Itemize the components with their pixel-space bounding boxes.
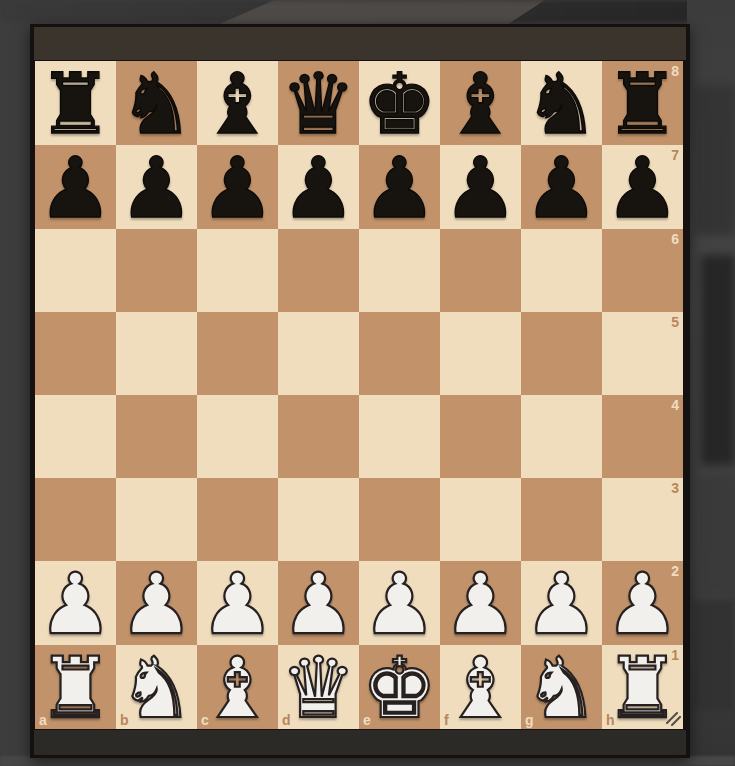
- square-d3[interactable]: [278, 478, 359, 561]
- board-resize-handle[interactable]: [664, 709, 682, 727]
- square-f7[interactable]: ♟: [440, 145, 521, 229]
- square-b7[interactable]: ♟: [116, 145, 197, 229]
- square-h7[interactable]: ♟7: [602, 145, 683, 229]
- square-f5[interactable]: [440, 312, 521, 395]
- background-blur-shape: [695, 85, 735, 235]
- square-d8[interactable]: ♛: [278, 61, 359, 145]
- piece-white-pawn[interactable]: ♟: [38, 562, 113, 646]
- square-g5[interactable]: [521, 312, 602, 395]
- square-g7[interactable]: ♟: [521, 145, 602, 229]
- piece-white-bishop[interactable]: ♝: [200, 646, 275, 730]
- piece-black-knight[interactable]: ♞: [119, 62, 194, 146]
- piece-white-pawn[interactable]: ♟: [281, 562, 356, 646]
- square-g8[interactable]: ♞: [521, 61, 602, 145]
- piece-white-knight[interactable]: ♞: [524, 646, 599, 730]
- square-g4[interactable]: [521, 395, 602, 478]
- piece-black-pawn[interactable]: ♟: [443, 146, 518, 230]
- square-f4[interactable]: [440, 395, 521, 478]
- file-label-e: e: [363, 712, 371, 728]
- rank-label-5: 5: [671, 314, 679, 330]
- rank-label-7: 7: [671, 147, 679, 163]
- background-ceiling-highlight: [215, 0, 545, 26]
- background-top-band: [0, 0, 735, 22]
- piece-white-knight[interactable]: ♞: [119, 646, 194, 730]
- square-a7[interactable]: ♟: [35, 145, 116, 229]
- piece-black-bishop[interactable]: ♝: [443, 62, 518, 146]
- piece-black-pawn[interactable]: ♟: [200, 146, 275, 230]
- rank-label-1: 1: [671, 647, 679, 663]
- square-h8[interactable]: ♜8: [602, 61, 683, 145]
- file-label-a: a: [39, 712, 47, 728]
- square-c8[interactable]: ♝: [197, 61, 278, 145]
- square-b2[interactable]: ♟: [116, 561, 197, 645]
- square-g2[interactable]: ♟: [521, 561, 602, 645]
- square-d5[interactable]: [278, 312, 359, 395]
- file-label-d: d: [282, 712, 291, 728]
- square-h5[interactable]: 5: [602, 312, 683, 395]
- square-a3[interactable]: [35, 478, 116, 561]
- square-a5[interactable]: [35, 312, 116, 395]
- piece-black-pawn[interactable]: ♟: [362, 146, 437, 230]
- square-e2[interactable]: ♟: [359, 561, 440, 645]
- square-e7[interactable]: ♟: [359, 145, 440, 229]
- square-h6[interactable]: 6: [602, 229, 683, 312]
- square-f1[interactable]: ♝f: [440, 645, 521, 729]
- square-h3[interactable]: 3: [602, 478, 683, 561]
- square-f8[interactable]: ♝: [440, 61, 521, 145]
- square-c2[interactable]: ♟: [197, 561, 278, 645]
- diagonal-resize-lines-icon: [664, 709, 682, 727]
- square-a2[interactable]: ♟: [35, 561, 116, 645]
- square-b8[interactable]: ♞: [116, 61, 197, 145]
- square-e5[interactable]: [359, 312, 440, 395]
- piece-white-pawn[interactable]: ♟: [200, 562, 275, 646]
- file-label-h: h: [606, 712, 615, 728]
- square-c6[interactable]: [197, 229, 278, 312]
- square-e6[interactable]: [359, 229, 440, 312]
- background-blur-shape: [695, 600, 735, 710]
- square-h2[interactable]: ♟2: [602, 561, 683, 645]
- background-blur-shape: [701, 255, 735, 465]
- square-a8[interactable]: ♜: [35, 61, 116, 145]
- square-d4[interactable]: [278, 395, 359, 478]
- square-d2[interactable]: ♟: [278, 561, 359, 645]
- file-label-g: g: [525, 712, 534, 728]
- square-e4[interactable]: [359, 395, 440, 478]
- square-f3[interactable]: [440, 478, 521, 561]
- background-blur-shape: [697, 475, 735, 595]
- piece-black-king[interactable]: ♚: [362, 62, 437, 146]
- square-c5[interactable]: [197, 312, 278, 395]
- piece-white-bishop[interactable]: ♝: [443, 646, 518, 730]
- square-b4[interactable]: [116, 395, 197, 478]
- piece-black-rook[interactable]: ♜: [605, 62, 680, 146]
- piece-black-pawn[interactable]: ♟: [524, 146, 599, 230]
- rank-label-2: 2: [671, 563, 679, 579]
- square-d7[interactable]: ♟: [278, 145, 359, 229]
- square-g3[interactable]: [521, 478, 602, 561]
- piece-white-king[interactable]: ♚: [362, 646, 437, 730]
- file-label-c: c: [201, 712, 209, 728]
- piece-black-knight[interactable]: ♞: [524, 62, 599, 146]
- square-g1[interactable]: ♞g: [521, 645, 602, 729]
- square-b6[interactable]: [116, 229, 197, 312]
- square-g6[interactable]: [521, 229, 602, 312]
- piece-black-rook[interactable]: ♜: [38, 62, 113, 146]
- square-b5[interactable]: [116, 312, 197, 395]
- square-e1[interactable]: ♚e: [359, 645, 440, 729]
- rank-label-6: 6: [671, 231, 679, 247]
- square-b3[interactable]: [116, 478, 197, 561]
- square-c3[interactable]: [197, 478, 278, 561]
- piece-black-pawn[interactable]: ♟: [605, 146, 680, 230]
- square-c1[interactable]: ♝c: [197, 645, 278, 729]
- piece-white-pawn[interactable]: ♟: [524, 562, 599, 646]
- piece-white-pawn[interactable]: ♟: [605, 562, 680, 646]
- piece-white-pawn[interactable]: ♟: [119, 562, 194, 646]
- chess-board-frame: ♜♞♝♛♚♝♞♜8♟♟♟♟♟♟♟♟76543♟♟♟♟♟♟♟♟2♜a♞b♝c♛d♚…: [30, 24, 690, 758]
- file-label-f: f: [444, 712, 449, 728]
- background-right-strip: [687, 0, 735, 766]
- piece-black-pawn[interactable]: ♟: [119, 146, 194, 230]
- file-label-b: b: [120, 712, 129, 728]
- square-e8[interactable]: ♚: [359, 61, 440, 145]
- piece-white-pawn[interactable]: ♟: [362, 562, 437, 646]
- piece-black-queen[interactable]: ♛: [281, 62, 356, 146]
- square-c4[interactable]: [197, 395, 278, 478]
- piece-black-pawn[interactable]: ♟: [38, 146, 113, 230]
- square-d6[interactable]: [278, 229, 359, 312]
- square-b1[interactable]: ♞b: [116, 645, 197, 729]
- square-a1[interactable]: ♜a: [35, 645, 116, 729]
- square-d1[interactable]: ♛d: [278, 645, 359, 729]
- square-a6[interactable]: [35, 229, 116, 312]
- piece-white-pawn[interactable]: ♟: [443, 562, 518, 646]
- rank-label-8: 8: [671, 63, 679, 79]
- square-h4[interactable]: 4: [602, 395, 683, 478]
- square-c7[interactable]: ♟: [197, 145, 278, 229]
- square-f6[interactable]: [440, 229, 521, 312]
- piece-black-bishop[interactable]: ♝: [200, 62, 275, 146]
- square-f2[interactable]: ♟: [440, 561, 521, 645]
- square-a4[interactable]: [35, 395, 116, 478]
- square-e3[interactable]: [359, 478, 440, 561]
- rank-label-3: 3: [671, 480, 679, 496]
- piece-white-queen[interactable]: ♛: [281, 646, 356, 730]
- rank-label-4: 4: [671, 397, 679, 413]
- chess-board[interactable]: ♜♞♝♛♚♝♞♜8♟♟♟♟♟♟♟♟76543♟♟♟♟♟♟♟♟2♜a♞b♝c♛d♚…: [35, 61, 683, 729]
- piece-white-rook[interactable]: ♜: [38, 646, 113, 730]
- piece-black-pawn[interactable]: ♟: [281, 146, 356, 230]
